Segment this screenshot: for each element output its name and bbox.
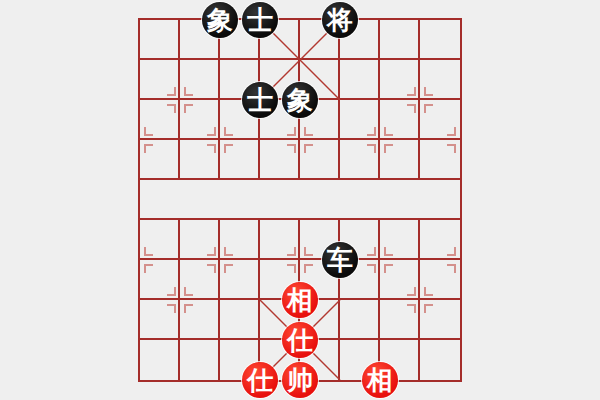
piece-red-general[interactable]: 帅 — [282, 362, 318, 398]
xiangqi-board[interactable]: 象士将士象车相仕仕帅相 — [138, 18, 462, 382]
xiangqi-screen: 象士将士象车相仕仕帅相 — [0, 0, 600, 400]
piece-red-elephant-2[interactable]: 相 — [362, 362, 398, 398]
pieces-layer: 象士将士象车相仕仕帅相 — [140, 20, 460, 380]
piece-black-general[interactable]: 将 — [322, 2, 358, 38]
piece-black-chariot[interactable]: 车 — [322, 242, 358, 278]
piece-red-advisor-1[interactable]: 仕 — [282, 322, 318, 358]
piece-red-advisor-2[interactable]: 仕 — [242, 362, 278, 398]
piece-red-elephant-1[interactable]: 相 — [282, 282, 318, 318]
piece-black-elephant-1[interactable]: 象 — [202, 2, 238, 38]
piece-black-advisor-1[interactable]: 士 — [242, 2, 278, 38]
piece-black-advisor-2[interactable]: 士 — [242, 82, 278, 118]
piece-black-elephant-2[interactable]: 象 — [282, 82, 318, 118]
